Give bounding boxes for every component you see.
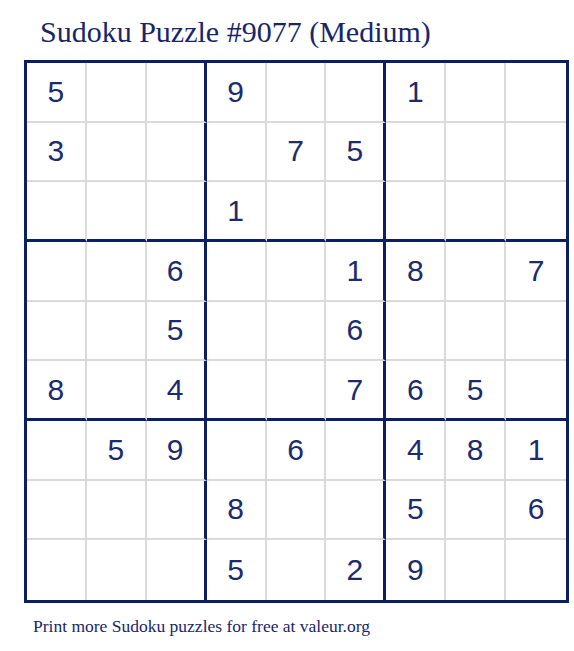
cell-r7c5: 6 (267, 421, 327, 481)
cell-r8c2 (87, 481, 147, 541)
cell-r2c1: 3 (27, 123, 87, 183)
cell-r5c3: 5 (147, 302, 207, 362)
cell-r1c1: 5 (27, 63, 87, 123)
cell-r1c9 (506, 63, 566, 123)
cell-r6c1: 8 (27, 361, 87, 421)
cell-r5c5 (267, 302, 327, 362)
cell-r7c4 (207, 421, 267, 481)
cell-r6c8: 5 (446, 361, 506, 421)
cell-r1c6 (326, 63, 386, 123)
cell-r7c9: 1 (506, 421, 566, 481)
cell-r2c3 (147, 123, 207, 183)
cell-r5c2 (87, 302, 147, 362)
cell-r1c2 (87, 63, 147, 123)
cell-r5c8 (446, 302, 506, 362)
cell-r6c4 (207, 361, 267, 421)
cell-r9c2 (87, 540, 147, 600)
cell-r8c7: 5 (386, 481, 446, 541)
cell-r5c4 (207, 302, 267, 362)
cell-r9c6: 2 (326, 540, 386, 600)
cell-r9c5 (267, 540, 327, 600)
cell-r4c7: 8 (386, 242, 446, 302)
cell-r1c8 (446, 63, 506, 123)
cell-r8c9: 6 (506, 481, 566, 541)
cell-r6c6: 7 (326, 361, 386, 421)
cell-r8c3 (147, 481, 207, 541)
cell-r4c2 (87, 242, 147, 302)
cell-r9c8 (446, 540, 506, 600)
cell-r7c8: 8 (446, 421, 506, 481)
cell-r9c7: 9 (386, 540, 446, 600)
cell-r5c9 (506, 302, 566, 362)
cell-r8c1 (27, 481, 87, 541)
cell-r3c5 (267, 182, 327, 242)
cell-r8c4: 8 (207, 481, 267, 541)
cell-r7c2: 5 (87, 421, 147, 481)
cell-r1c7: 1 (386, 63, 446, 123)
cell-r3c1 (27, 182, 87, 242)
cell-r3c4: 1 (207, 182, 267, 242)
cell-r9c1 (27, 540, 87, 600)
cell-r7c6 (326, 421, 386, 481)
cell-r2c8 (446, 123, 506, 183)
cell-r1c4: 9 (207, 63, 267, 123)
cell-r9c4: 5 (207, 540, 267, 600)
cell-r2c5: 7 (267, 123, 327, 183)
cell-r3c6 (326, 182, 386, 242)
cell-r5c1 (27, 302, 87, 362)
cell-r4c9: 7 (506, 242, 566, 302)
cell-r4c5 (267, 242, 327, 302)
cell-r6c7: 6 (386, 361, 446, 421)
footer-text: Print more Sudoku puzzles for free at va… (33, 616, 370, 637)
cell-r9c3 (147, 540, 207, 600)
cell-r6c3: 4 (147, 361, 207, 421)
cell-r3c7 (386, 182, 446, 242)
cell-r9c9 (506, 540, 566, 600)
cell-r2c4 (207, 123, 267, 183)
cell-r2c9 (506, 123, 566, 183)
cell-r7c3: 9 (147, 421, 207, 481)
page-title: Sudoku Puzzle #9077 (Medium) (40, 15, 431, 48)
cell-r4c1 (27, 242, 87, 302)
cell-r3c9 (506, 182, 566, 242)
cell-r2c6: 5 (326, 123, 386, 183)
cell-r1c5 (267, 63, 327, 123)
cell-r3c8 (446, 182, 506, 242)
cell-r5c7 (386, 302, 446, 362)
cell-r7c7: 4 (386, 421, 446, 481)
sudoku-print-page: Sudoku Puzzle #9077 (Medium) 59137516187… (0, 0, 574, 651)
cell-r4c6: 1 (326, 242, 386, 302)
cell-r4c3: 6 (147, 242, 207, 302)
cell-r3c3 (147, 182, 207, 242)
cell-r2c2 (87, 123, 147, 183)
sudoku-board: 591375161875684765596481856529 (24, 60, 569, 603)
cell-r6c5 (267, 361, 327, 421)
cell-r4c4 (207, 242, 267, 302)
cell-r4c8 (446, 242, 506, 302)
cell-r6c2 (87, 361, 147, 421)
cell-r5c6: 6 (326, 302, 386, 362)
cell-r3c2 (87, 182, 147, 242)
cell-r7c1 (27, 421, 87, 481)
cell-r6c9 (506, 361, 566, 421)
cell-r8c8 (446, 481, 506, 541)
cell-r2c7 (386, 123, 446, 183)
cell-r1c3 (147, 63, 207, 123)
cell-r8c5 (267, 481, 327, 541)
cell-r8c6 (326, 481, 386, 541)
